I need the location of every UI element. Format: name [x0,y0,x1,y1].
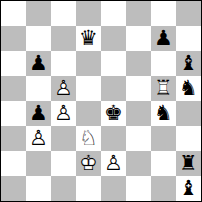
chess-board: ♛♟♟♝♟♙♜♖♞♟♟♙♚♞♟♙♞♘♚♔♟♙♜♝ [0,0,202,202]
square-f7[interactable] [126,26,151,51]
square-a5[interactable] [1,76,26,101]
square-d7[interactable]: ♛ [76,26,101,51]
square-f1[interactable] [126,176,151,201]
black-pawn[interactable]: ♟ [26,101,51,126]
black-knight[interactable]: ♞ [151,101,176,126]
black-bishop[interactable]: ♝ [176,51,201,76]
square-d5[interactable] [76,76,101,101]
square-f8[interactable] [126,1,151,26]
square-h4[interactable] [176,101,201,126]
square-g4[interactable]: ♞ [151,101,176,126]
black-pawn[interactable]: ♟ [151,26,176,51]
white-knight-outline: ♘ [76,126,101,151]
white-pawn[interactable]: ♟♙ [51,101,76,126]
square-h5[interactable]: ♞ [176,76,201,101]
square-d6[interactable] [76,51,101,76]
square-e8[interactable] [101,1,126,26]
square-e5[interactable] [101,76,126,101]
square-b8[interactable] [26,1,51,26]
square-b1[interactable] [26,176,51,201]
black-pawn-glyph: ♟ [151,26,176,51]
square-e7[interactable] [101,26,126,51]
black-queen-glyph: ♛ [76,26,101,51]
black-rook-glyph: ♜ [176,151,201,176]
black-bishop[interactable]: ♝ [176,176,201,201]
square-e3[interactable] [101,126,126,151]
square-a4[interactable] [1,101,26,126]
square-g5[interactable]: ♜♖ [151,76,176,101]
square-a3[interactable] [1,126,26,151]
square-h6[interactable]: ♝ [176,51,201,76]
square-g6[interactable] [151,51,176,76]
black-knight-glyph: ♞ [176,76,201,101]
square-c5[interactable]: ♟♙ [51,76,76,101]
black-king[interactable]: ♚ [101,101,126,126]
square-a6[interactable] [1,51,26,76]
black-knight[interactable]: ♞ [176,76,201,101]
square-a8[interactable] [1,1,26,26]
square-h3[interactable] [176,126,201,151]
square-h1[interactable]: ♝ [176,176,201,201]
square-g8[interactable] [151,1,176,26]
square-c2[interactable] [51,151,76,176]
black-rook[interactable]: ♜ [176,151,201,176]
square-f6[interactable] [126,51,151,76]
square-a7[interactable] [1,26,26,51]
white-pawn[interactable]: ♟♙ [51,76,76,101]
square-h2[interactable]: ♜ [176,151,201,176]
white-pawn[interactable]: ♟♙ [26,126,51,151]
black-king-glyph: ♚ [101,101,126,126]
square-b4[interactable]: ♟ [26,101,51,126]
square-a2[interactable] [1,151,26,176]
white-pawn-outline: ♙ [51,76,76,101]
black-queen[interactable]: ♛ [76,26,101,51]
square-c1[interactable] [51,176,76,201]
square-h8[interactable] [176,1,201,26]
black-bishop-glyph: ♝ [176,51,201,76]
white-king-outline: ♔ [76,151,101,176]
square-g1[interactable] [151,176,176,201]
square-e1[interactable] [101,176,126,201]
square-d8[interactable] [76,1,101,26]
square-c6[interactable] [51,51,76,76]
square-c3[interactable] [51,126,76,151]
square-d1[interactable] [76,176,101,201]
square-g2[interactable] [151,151,176,176]
square-b6[interactable]: ♟ [26,51,51,76]
white-rook-outline: ♖ [151,76,176,101]
white-pawn[interactable]: ♟♙ [101,151,126,176]
square-c7[interactable] [51,26,76,51]
square-f5[interactable] [126,76,151,101]
square-b3[interactable]: ♟♙ [26,126,51,151]
white-pawn-outline: ♙ [51,101,76,126]
square-h7[interactable] [176,26,201,51]
black-pawn-glyph: ♟ [26,51,51,76]
square-f4[interactable] [126,101,151,126]
square-a1[interactable] [1,176,26,201]
square-c4[interactable]: ♟♙ [51,101,76,126]
square-d3[interactable]: ♞♘ [76,126,101,151]
black-knight-glyph: ♞ [151,101,176,126]
square-f2[interactable] [126,151,151,176]
square-b2[interactable] [26,151,51,176]
square-g3[interactable] [151,126,176,151]
square-e6[interactable] [101,51,126,76]
chess-diagram: ♛♟♟♝♟♙♜♖♞♟♟♙♚♞♟♙♞♘♚♔♟♙♜♝ [0,0,202,202]
square-b7[interactable] [26,26,51,51]
black-pawn[interactable]: ♟ [26,51,51,76]
square-e2[interactable]: ♟♙ [101,151,126,176]
square-d4[interactable] [76,101,101,126]
square-f3[interactable] [126,126,151,151]
white-rook[interactable]: ♜♖ [151,76,176,101]
white-pawn-outline: ♙ [26,126,51,151]
white-knight[interactable]: ♞♘ [76,126,101,151]
white-king[interactable]: ♚♔ [76,151,101,176]
square-g7[interactable]: ♟ [151,26,176,51]
square-b5[interactable] [26,76,51,101]
square-e4[interactable]: ♚ [101,101,126,126]
black-pawn-glyph: ♟ [26,101,51,126]
square-d2[interactable]: ♚♔ [76,151,101,176]
square-c8[interactable] [51,1,76,26]
white-pawn-outline: ♙ [101,151,126,176]
black-bishop-glyph: ♝ [176,176,201,201]
